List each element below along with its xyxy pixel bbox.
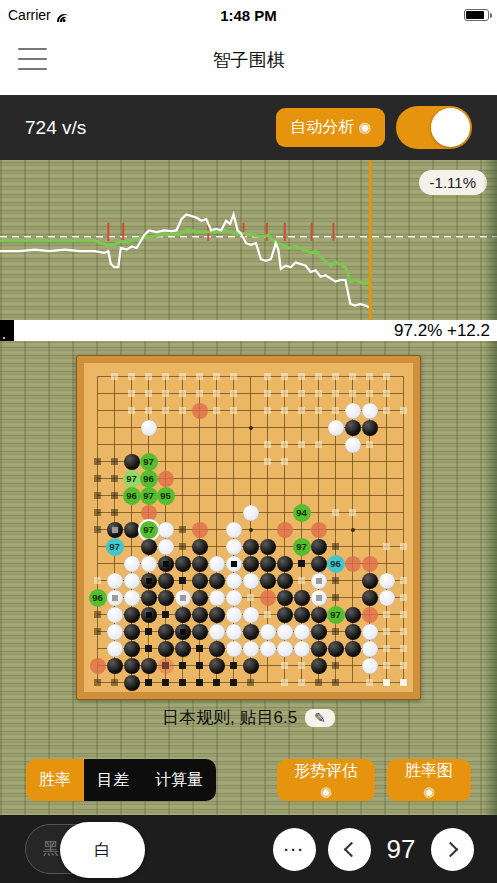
board-point[interactable] xyxy=(242,555,259,572)
board-point[interactable] xyxy=(225,504,242,521)
board-point[interactable] xyxy=(106,487,123,504)
board-point[interactable] xyxy=(242,623,259,640)
board-point[interactable] xyxy=(89,436,106,453)
board-point[interactable] xyxy=(276,504,293,521)
board-point[interactable] xyxy=(123,555,140,572)
board-point[interactable] xyxy=(157,521,174,538)
board-point[interactable] xyxy=(225,436,242,453)
board-point[interactable] xyxy=(208,589,225,606)
board-point[interactable] xyxy=(174,368,191,385)
board-point[interactable] xyxy=(310,606,327,623)
board-point[interactable] xyxy=(123,538,140,555)
board-point[interactable] xyxy=(225,487,242,504)
board-point[interactable] xyxy=(89,385,106,402)
winrate-graph-button[interactable]: 胜率图 ◉ xyxy=(387,759,471,801)
board-point[interactable] xyxy=(344,402,361,419)
board-point[interactable] xyxy=(259,657,276,674)
board-point[interactable] xyxy=(310,640,327,657)
board-point[interactable] xyxy=(191,521,208,538)
board-point[interactable] xyxy=(208,487,225,504)
board-point[interactable] xyxy=(89,521,106,538)
board-point[interactable] xyxy=(242,402,259,419)
board-point[interactable] xyxy=(140,538,157,555)
board-point[interactable] xyxy=(344,674,361,691)
board-point[interactable] xyxy=(310,487,327,504)
board-point[interactable] xyxy=(395,572,412,589)
board-point[interactable] xyxy=(174,436,191,453)
board-point[interactable] xyxy=(123,385,140,402)
board-point[interactable] xyxy=(140,606,157,623)
board-point[interactable] xyxy=(191,555,208,572)
board-point[interactable] xyxy=(123,419,140,436)
board-point[interactable] xyxy=(106,572,123,589)
board-point[interactable] xyxy=(242,538,259,555)
board-point[interactable] xyxy=(276,572,293,589)
board-point[interactable] xyxy=(123,453,140,470)
board-point[interactable] xyxy=(378,487,395,504)
board-point[interactable] xyxy=(293,487,310,504)
board-point[interactable] xyxy=(157,419,174,436)
board-point[interactable] xyxy=(395,538,412,555)
board-point[interactable] xyxy=(327,487,344,504)
board-point[interactable] xyxy=(378,453,395,470)
board-point[interactable] xyxy=(310,555,327,572)
board-point[interactable] xyxy=(225,623,242,640)
board-point[interactable] xyxy=(89,453,106,470)
board-point[interactable] xyxy=(242,572,259,589)
board-point[interactable] xyxy=(310,385,327,402)
board-point[interactable] xyxy=(361,453,378,470)
board-point[interactable] xyxy=(259,487,276,504)
board-point[interactable] xyxy=(378,623,395,640)
board-point[interactable] xyxy=(327,453,344,470)
board-point[interactable] xyxy=(361,385,378,402)
board-point[interactable] xyxy=(361,623,378,640)
board-point[interactable] xyxy=(174,385,191,402)
next-move-button[interactable] xyxy=(431,828,474,871)
board-point[interactable] xyxy=(395,555,412,572)
board-point[interactable] xyxy=(276,606,293,623)
prev-move-button[interactable] xyxy=(328,828,371,871)
board-point[interactable] xyxy=(361,589,378,606)
board-point[interactable] xyxy=(191,470,208,487)
board-point[interactable] xyxy=(191,385,208,402)
board-point[interactable] xyxy=(310,419,327,436)
board-point[interactable] xyxy=(140,419,157,436)
board-point[interactable] xyxy=(395,453,412,470)
board-point[interactable] xyxy=(276,623,293,640)
board-point[interactable] xyxy=(378,521,395,538)
board-point[interactable] xyxy=(293,640,310,657)
board-point[interactable] xyxy=(293,368,310,385)
board-point[interactable] xyxy=(191,623,208,640)
board-point[interactable] xyxy=(140,640,157,657)
board-point[interactable]: 97 xyxy=(140,521,157,538)
board-point[interactable] xyxy=(225,555,242,572)
board-point[interactable] xyxy=(89,538,106,555)
board-point[interactable] xyxy=(395,657,412,674)
board-point[interactable] xyxy=(327,521,344,538)
board-point[interactable] xyxy=(361,521,378,538)
board-point[interactable] xyxy=(157,623,174,640)
board-point[interactable] xyxy=(191,538,208,555)
board-point[interactable] xyxy=(89,623,106,640)
board-point[interactable] xyxy=(225,419,242,436)
board-point[interactable]: 97 xyxy=(140,453,157,470)
board-point[interactable] xyxy=(395,436,412,453)
board-point[interactable] xyxy=(327,589,344,606)
board-point[interactable] xyxy=(242,606,259,623)
auto-analysis-button[interactable]: 自动分析 ◉ xyxy=(276,108,385,147)
board-point[interactable] xyxy=(225,402,242,419)
board-point[interactable] xyxy=(123,521,140,538)
board-point[interactable] xyxy=(344,368,361,385)
board-point[interactable] xyxy=(191,674,208,691)
shape-evaluation-button[interactable]: 形势评估 ◉ xyxy=(277,759,375,801)
board-point[interactable] xyxy=(242,674,259,691)
board-point[interactable] xyxy=(225,538,242,555)
board-point[interactable] xyxy=(361,470,378,487)
board-point[interactable] xyxy=(361,538,378,555)
board-point[interactable] xyxy=(208,674,225,691)
board-point[interactable] xyxy=(242,470,259,487)
board-point[interactable] xyxy=(174,555,191,572)
board-point[interactable] xyxy=(327,504,344,521)
board-point[interactable] xyxy=(361,640,378,657)
board-point[interactable] xyxy=(378,606,395,623)
board-point[interactable] xyxy=(276,453,293,470)
board-point[interactable] xyxy=(89,640,106,657)
board-point[interactable] xyxy=(225,470,242,487)
board-point[interactable] xyxy=(361,402,378,419)
board-point[interactable] xyxy=(310,572,327,589)
board-point[interactable] xyxy=(157,504,174,521)
board-point[interactable] xyxy=(378,385,395,402)
board-point[interactable] xyxy=(140,674,157,691)
board-point[interactable] xyxy=(378,504,395,521)
board-point[interactable] xyxy=(174,419,191,436)
board-point[interactable] xyxy=(395,419,412,436)
board-point[interactable] xyxy=(259,640,276,657)
color-toggle[interactable]: 黑 白 xyxy=(25,824,140,874)
board-point[interactable] xyxy=(344,453,361,470)
board-point[interactable] xyxy=(208,623,225,640)
board-point[interactable]: 95 xyxy=(157,487,174,504)
board-point[interactable] xyxy=(310,623,327,640)
go-board[interactable]: 97979696979594979797969697 xyxy=(76,355,421,700)
board-point[interactable] xyxy=(344,504,361,521)
board-point[interactable] xyxy=(310,674,327,691)
edit-rules-button[interactable]: ✎ xyxy=(305,709,335,727)
board-point[interactable] xyxy=(140,555,157,572)
board-point[interactable] xyxy=(293,572,310,589)
board-point[interactable] xyxy=(89,470,106,487)
board-point[interactable] xyxy=(378,402,395,419)
board-point[interactable] xyxy=(310,504,327,521)
board-point[interactable] xyxy=(293,623,310,640)
board-point[interactable] xyxy=(123,589,140,606)
board-point[interactable] xyxy=(106,402,123,419)
board-point[interactable] xyxy=(174,657,191,674)
board-point[interactable] xyxy=(259,572,276,589)
board-point[interactable] xyxy=(327,623,344,640)
board-point[interactable] xyxy=(344,385,361,402)
board-point[interactable] xyxy=(191,436,208,453)
board-point[interactable] xyxy=(293,402,310,419)
board-point[interactable] xyxy=(225,640,242,657)
board-point[interactable] xyxy=(174,589,191,606)
board-point[interactable] xyxy=(378,436,395,453)
board-point[interactable] xyxy=(174,504,191,521)
board-point[interactable] xyxy=(242,657,259,674)
board-point[interactable] xyxy=(327,538,344,555)
board-point[interactable] xyxy=(276,674,293,691)
board-point[interactable] xyxy=(293,436,310,453)
board-point[interactable] xyxy=(361,657,378,674)
board-point[interactable] xyxy=(293,589,310,606)
board-point[interactable] xyxy=(378,657,395,674)
board-point[interactable] xyxy=(395,640,412,657)
board-point[interactable] xyxy=(140,657,157,674)
board-point[interactable] xyxy=(276,589,293,606)
board-point[interactable]: 94 xyxy=(293,504,310,521)
board-point[interactable]: 96 xyxy=(89,589,106,606)
board-point[interactable] xyxy=(395,521,412,538)
board-point[interactable] xyxy=(327,385,344,402)
board-point[interactable]: 96 xyxy=(140,470,157,487)
board-point[interactable] xyxy=(259,368,276,385)
board-point[interactable] xyxy=(293,419,310,436)
board-point[interactable] xyxy=(344,623,361,640)
board-point[interactable] xyxy=(310,436,327,453)
board-point[interactable] xyxy=(208,385,225,402)
board-point[interactable] xyxy=(378,589,395,606)
board-point[interactable] xyxy=(242,640,259,657)
board-point[interactable] xyxy=(327,572,344,589)
board-point[interactable] xyxy=(106,419,123,436)
board-point[interactable] xyxy=(106,657,123,674)
board-point[interactable] xyxy=(89,674,106,691)
board-point[interactable] xyxy=(242,368,259,385)
board-point[interactable] xyxy=(157,555,174,572)
board-point[interactable] xyxy=(157,606,174,623)
tab-visits[interactable]: 计算量 xyxy=(142,759,216,801)
board-point[interactable] xyxy=(276,487,293,504)
board-point[interactable] xyxy=(89,419,106,436)
tab-winrate[interactable]: 胜率 xyxy=(26,759,84,801)
board-point[interactable] xyxy=(327,402,344,419)
board-point[interactable] xyxy=(378,674,395,691)
board-point[interactable] xyxy=(106,521,123,538)
board-point[interactable] xyxy=(242,419,259,436)
board-point[interactable] xyxy=(157,572,174,589)
board-point[interactable] xyxy=(225,657,242,674)
board-point[interactable] xyxy=(106,589,123,606)
board-point[interactable] xyxy=(89,555,106,572)
board-point[interactable] xyxy=(259,436,276,453)
board-point[interactable] xyxy=(89,572,106,589)
board-point[interactable] xyxy=(191,487,208,504)
board-point[interactable] xyxy=(157,368,174,385)
board-point[interactable] xyxy=(140,385,157,402)
board-point[interactable] xyxy=(293,606,310,623)
board-point[interactable] xyxy=(208,470,225,487)
board-point[interactable] xyxy=(174,470,191,487)
board-point[interactable] xyxy=(276,402,293,419)
board-point[interactable] xyxy=(395,589,412,606)
board-point[interactable] xyxy=(208,402,225,419)
board-point[interactable] xyxy=(378,470,395,487)
board-point[interactable] xyxy=(361,436,378,453)
board-point[interactable] xyxy=(276,368,293,385)
board-point[interactable] xyxy=(259,555,276,572)
board-point[interactable] xyxy=(395,674,412,691)
board-point[interactable] xyxy=(395,623,412,640)
board-point[interactable] xyxy=(395,470,412,487)
board-point[interactable] xyxy=(344,419,361,436)
board-point[interactable] xyxy=(361,368,378,385)
board-point[interactable] xyxy=(123,623,140,640)
board-point[interactable] xyxy=(344,657,361,674)
board-point[interactable] xyxy=(208,368,225,385)
board-point[interactable] xyxy=(191,504,208,521)
board-point[interactable] xyxy=(106,606,123,623)
board-point[interactable] xyxy=(276,555,293,572)
board-point[interactable] xyxy=(310,657,327,674)
board-point[interactable] xyxy=(395,606,412,623)
board-point[interactable] xyxy=(344,470,361,487)
board-point[interactable] xyxy=(106,555,123,572)
board-point[interactable] xyxy=(327,368,344,385)
board-point[interactable] xyxy=(157,385,174,402)
board-point[interactable] xyxy=(395,368,412,385)
board-point[interactable] xyxy=(191,640,208,657)
board-point[interactable] xyxy=(191,657,208,674)
board-point[interactable] xyxy=(106,453,123,470)
board-point[interactable] xyxy=(276,640,293,657)
board-point[interactable] xyxy=(140,504,157,521)
board-point[interactable] xyxy=(208,538,225,555)
board-point[interactable] xyxy=(378,538,395,555)
board-point[interactable] xyxy=(191,453,208,470)
board-point[interactable] xyxy=(191,368,208,385)
board-point[interactable] xyxy=(225,453,242,470)
board-point[interactable] xyxy=(259,589,276,606)
board-point[interactable] xyxy=(276,436,293,453)
board-point[interactable] xyxy=(259,453,276,470)
board-point[interactable] xyxy=(276,538,293,555)
board-point[interactable] xyxy=(106,623,123,640)
board-point[interactable] xyxy=(344,436,361,453)
board-point[interactable] xyxy=(89,402,106,419)
board-point[interactable] xyxy=(361,555,378,572)
board-point[interactable] xyxy=(157,402,174,419)
board-point[interactable] xyxy=(276,385,293,402)
board-point[interactable] xyxy=(344,538,361,555)
board-point[interactable] xyxy=(293,470,310,487)
board-point[interactable] xyxy=(208,555,225,572)
board-point[interactable] xyxy=(242,504,259,521)
board-point[interactable] xyxy=(106,470,123,487)
board-point[interactable] xyxy=(310,368,327,385)
board-point[interactable] xyxy=(310,402,327,419)
board-point[interactable] xyxy=(89,504,106,521)
board-point[interactable] xyxy=(89,368,106,385)
board-point[interactable] xyxy=(395,487,412,504)
board-point[interactable] xyxy=(327,674,344,691)
board-point[interactable] xyxy=(123,504,140,521)
board-point[interactable] xyxy=(344,606,361,623)
board-point[interactable] xyxy=(225,674,242,691)
board-point[interactable] xyxy=(208,657,225,674)
board-point[interactable] xyxy=(157,538,174,555)
white-option-selected[interactable]: 白 xyxy=(60,822,145,878)
more-button[interactable]: ··· xyxy=(273,828,316,871)
analysis-toggle[interactable] xyxy=(396,106,472,149)
board-point[interactable] xyxy=(191,419,208,436)
board-point[interactable] xyxy=(225,385,242,402)
board-point[interactable] xyxy=(106,368,123,385)
board-point[interactable]: 97 xyxy=(293,538,310,555)
board-point[interactable]: 97 xyxy=(106,538,123,555)
board-point[interactable] xyxy=(378,640,395,657)
board-point[interactable] xyxy=(259,674,276,691)
board-point[interactable] xyxy=(140,623,157,640)
board-point[interactable] xyxy=(293,555,310,572)
board-point[interactable] xyxy=(361,674,378,691)
board-point[interactable] xyxy=(140,402,157,419)
board-point[interactable] xyxy=(157,470,174,487)
board-point[interactable] xyxy=(106,385,123,402)
board-point[interactable] xyxy=(259,521,276,538)
board-point[interactable] xyxy=(310,453,327,470)
board-point[interactable] xyxy=(293,674,310,691)
board-point[interactable] xyxy=(123,657,140,674)
board-point[interactable] xyxy=(259,623,276,640)
board-point[interactable] xyxy=(276,419,293,436)
winrate-chart[interactable]: -1.11% xyxy=(0,160,497,320)
board-point[interactable] xyxy=(208,419,225,436)
board-point[interactable] xyxy=(259,538,276,555)
board-point[interactable] xyxy=(208,606,225,623)
board-point[interactable] xyxy=(191,402,208,419)
board-point[interactable]: 97 xyxy=(123,470,140,487)
board-point[interactable] xyxy=(123,640,140,657)
board-point[interactable] xyxy=(242,487,259,504)
board-point[interactable] xyxy=(344,487,361,504)
board-point[interactable] xyxy=(174,606,191,623)
board-point[interactable] xyxy=(225,606,242,623)
board-point[interactable] xyxy=(123,368,140,385)
board-point[interactable] xyxy=(361,572,378,589)
board-point[interactable] xyxy=(310,521,327,538)
board-point[interactable] xyxy=(259,606,276,623)
tab-score-diff[interactable]: 目差 xyxy=(84,759,142,801)
board-point[interactable] xyxy=(174,487,191,504)
board-point[interactable] xyxy=(174,572,191,589)
board-point[interactable] xyxy=(395,402,412,419)
board-point[interactable] xyxy=(259,419,276,436)
board-point[interactable] xyxy=(327,657,344,674)
board-point[interactable] xyxy=(208,640,225,657)
board-point[interactable] xyxy=(293,657,310,674)
board-point[interactable] xyxy=(310,589,327,606)
board-point[interactable] xyxy=(191,606,208,623)
board-point[interactable] xyxy=(140,572,157,589)
board-point[interactable] xyxy=(140,589,157,606)
board-point[interactable] xyxy=(361,606,378,623)
board-point[interactable]: 97 xyxy=(327,606,344,623)
